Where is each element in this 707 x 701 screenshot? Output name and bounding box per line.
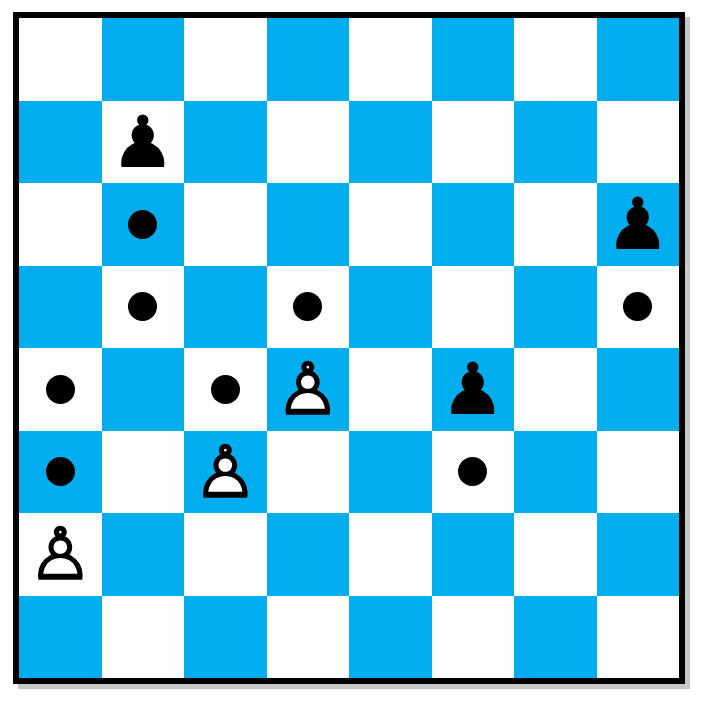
chess-board: ♟♟♟♙♟♟♙♟♙ <box>13 12 685 684</box>
square-d8[interactable] <box>267 18 350 101</box>
square-e3[interactable] <box>349 431 432 514</box>
white-pawn: ♟♙ <box>184 431 267 514</box>
square-g2[interactable] <box>514 513 597 596</box>
square-c7[interactable] <box>184 101 267 184</box>
black-pawn: ♟ <box>110 106 175 178</box>
square-b3[interactable] <box>102 431 185 514</box>
square-f1[interactable] <box>432 596 515 679</box>
square-a6[interactable] <box>19 183 102 266</box>
square-d6[interactable] <box>267 183 350 266</box>
white-pawn-outline: ♙ <box>193 436 258 508</box>
square-h2[interactable] <box>597 513 680 596</box>
square-a2[interactable]: ♟♙ <box>19 513 102 596</box>
square-f7[interactable] <box>432 101 515 184</box>
square-c1[interactable] <box>184 596 267 679</box>
move-dot <box>458 457 487 486</box>
square-h1[interactable] <box>597 596 680 679</box>
square-e7[interactable] <box>349 101 432 184</box>
move-dot <box>211 375 240 404</box>
square-a8[interactable] <box>19 18 102 101</box>
square-f5[interactable] <box>432 266 515 349</box>
square-h7[interactable] <box>597 101 680 184</box>
square-c2[interactable] <box>184 513 267 596</box>
move-dot <box>46 457 75 486</box>
square-d3[interactable] <box>267 431 350 514</box>
square-g5[interactable] <box>514 266 597 349</box>
square-a3[interactable] <box>19 431 102 514</box>
square-c8[interactable] <box>184 18 267 101</box>
square-a4[interactable] <box>19 348 102 431</box>
square-h4[interactable] <box>597 348 680 431</box>
square-h8[interactable] <box>597 18 680 101</box>
move-dot <box>128 210 157 239</box>
square-e4[interactable] <box>349 348 432 431</box>
square-h3[interactable] <box>597 431 680 514</box>
square-b1[interactable] <box>102 596 185 679</box>
square-f2[interactable] <box>432 513 515 596</box>
move-dot <box>46 375 75 404</box>
square-c5[interactable] <box>184 266 267 349</box>
move-dot <box>293 292 322 321</box>
square-a5[interactable] <box>19 266 102 349</box>
square-f8[interactable] <box>432 18 515 101</box>
square-g1[interactable] <box>514 596 597 679</box>
white-pawn-outline: ♙ <box>275 353 340 425</box>
square-e1[interactable] <box>349 596 432 679</box>
square-a7[interactable] <box>19 101 102 184</box>
square-g4[interactable] <box>514 348 597 431</box>
square-b5[interactable] <box>102 266 185 349</box>
square-g6[interactable] <box>514 183 597 266</box>
move-dot <box>128 292 157 321</box>
square-b6[interactable] <box>102 183 185 266</box>
white-pawn: ♟♙ <box>267 348 350 431</box>
chess-board-grid: ♟♟♟♙♟♟♙♟♙ <box>13 12 685 684</box>
square-a1[interactable] <box>19 596 102 679</box>
square-e2[interactable] <box>349 513 432 596</box>
square-h5[interactable] <box>597 266 680 349</box>
square-h6[interactable]: ♟ <box>597 183 680 266</box>
square-g8[interactable] <box>514 18 597 101</box>
square-c6[interactable] <box>184 183 267 266</box>
square-f4[interactable]: ♟ <box>432 348 515 431</box>
move-dot <box>623 292 652 321</box>
square-g3[interactable] <box>514 431 597 514</box>
square-d7[interactable] <box>267 101 350 184</box>
square-d5[interactable] <box>267 266 350 349</box>
square-b8[interactable] <box>102 18 185 101</box>
square-c3[interactable]: ♟♙ <box>184 431 267 514</box>
square-b4[interactable] <box>102 348 185 431</box>
black-pawn: ♟ <box>605 188 670 260</box>
square-e6[interactable] <box>349 183 432 266</box>
square-b2[interactable] <box>102 513 185 596</box>
square-d1[interactable] <box>267 596 350 679</box>
white-pawn: ♟♙ <box>19 513 102 596</box>
square-e8[interactable] <box>349 18 432 101</box>
square-d2[interactable] <box>267 513 350 596</box>
square-d4[interactable]: ♟♙ <box>267 348 350 431</box>
square-c4[interactable] <box>184 348 267 431</box>
square-e5[interactable] <box>349 266 432 349</box>
black-pawn: ♟ <box>440 353 505 425</box>
square-b7[interactable]: ♟ <box>102 101 185 184</box>
white-pawn-outline: ♙ <box>28 518 93 590</box>
square-f3[interactable] <box>432 431 515 514</box>
square-g7[interactable] <box>514 101 597 184</box>
square-f6[interactable] <box>432 183 515 266</box>
